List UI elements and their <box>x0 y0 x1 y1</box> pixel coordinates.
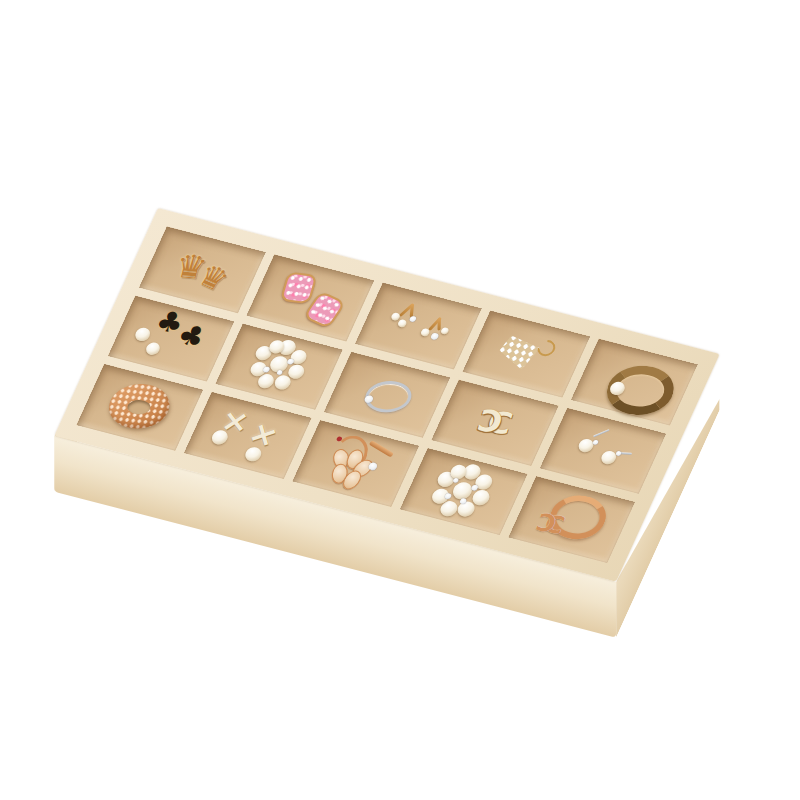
compartment-r1c5 <box>571 339 698 425</box>
crown-earrings: ♛♛ <box>169 248 236 293</box>
bronze-pearl-ring <box>598 355 670 409</box>
bird-brooch <box>314 430 397 497</box>
compartment-r3c2: × × <box>184 392 311 478</box>
compartment-r3c4 <box>400 449 527 535</box>
crystal-cluster-brooch <box>490 328 564 381</box>
black-clover-earrings: ♣ ♣ <box>127 306 216 371</box>
compartment-r2c1: ♣ ♣ <box>108 295 235 381</box>
compartment-r2c4: CC <box>432 380 559 466</box>
compartment-r1c2 <box>247 255 374 341</box>
crystal-x-pearl-earrings: × × <box>203 402 293 469</box>
pearl-flower-brooch <box>241 332 318 397</box>
rose-gold-pave-ring <box>100 377 179 438</box>
pearl-branch-earrings <box>379 297 458 354</box>
compartment-r1c1: ♛♛ <box>139 227 266 313</box>
compartment-r2c2 <box>216 324 343 410</box>
compartment-r1c3 <box>355 283 482 369</box>
compartment-r1c4 <box>463 311 590 397</box>
silver-solitaire-ring <box>356 372 417 417</box>
cc-crystal-ring: CC <box>531 489 613 550</box>
cc-logo-brooch: CC <box>474 406 516 439</box>
compartment-r2c3 <box>324 352 451 438</box>
compartment-r3c1 <box>76 364 203 450</box>
pink-crystal-studs <box>269 268 353 328</box>
compartment-r2c5 <box>539 408 666 494</box>
pink-stud-earring <box>279 272 317 305</box>
product-photo: ♛♛ <box>0 0 800 800</box>
pearl-crystal-cluster-brooch <box>424 457 504 524</box>
pearl-stud-earrings <box>565 425 642 477</box>
compartment-r3c5: CC <box>508 477 635 563</box>
compartment-r3c3 <box>292 420 419 506</box>
brooch-wire-loop <box>534 337 559 360</box>
